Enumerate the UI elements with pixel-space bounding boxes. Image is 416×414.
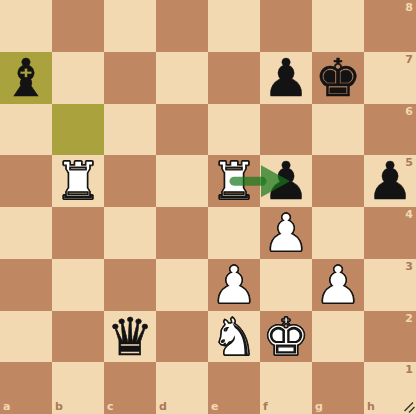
square-a2[interactable] <box>0 311 52 363</box>
square-a7[interactable]: ♝ <box>0 52 52 104</box>
square-a3[interactable] <box>0 259 52 311</box>
square-a5[interactable] <box>0 155 52 207</box>
board-resize-handle-icon[interactable] <box>401 399 416 414</box>
file-label-e: e <box>211 401 218 412</box>
square-c3[interactable] <box>104 259 156 311</box>
square-d7[interactable] <box>156 52 208 104</box>
square-f6[interactable] <box>260 104 312 156</box>
square-b7[interactable] <box>52 52 104 104</box>
square-d5[interactable] <box>156 155 208 207</box>
piece-white-pawn-f4[interactable]: ♟ <box>263 208 310 260</box>
piece-white-pawn-g3[interactable]: ♟ <box>315 260 362 312</box>
square-e2[interactable]: ♞ <box>208 311 260 363</box>
file-label-f: f <box>263 401 268 412</box>
square-d1[interactable]: d <box>156 362 208 414</box>
square-b6[interactable] <box>52 104 104 156</box>
piece-black-pawn-h5[interactable]: ♟ <box>367 156 414 208</box>
square-c8[interactable] <box>104 0 156 52</box>
piece-black-king-g7[interactable]: ♚ <box>315 53 362 105</box>
square-h6[interactable]: 6 <box>364 104 416 156</box>
square-c5[interactable] <box>104 155 156 207</box>
square-b2[interactable] <box>52 311 104 363</box>
square-f7[interactable]: ♟ <box>260 52 312 104</box>
square-a1[interactable]: a <box>0 362 52 414</box>
piece-white-rook-e5[interactable]: ♜ <box>211 156 258 208</box>
square-g2[interactable] <box>312 311 364 363</box>
square-e8[interactable] <box>208 0 260 52</box>
chess-board: 8♝♟♚76♜♜♟♟5♟4♟♟3♛♞♚2abcdefg1h <box>0 0 416 414</box>
square-g7[interactable]: ♚ <box>312 52 364 104</box>
square-b8[interactable] <box>52 0 104 52</box>
file-label-c: c <box>107 401 114 412</box>
square-d2[interactable] <box>156 311 208 363</box>
square-f4[interactable]: ♟ <box>260 207 312 259</box>
piece-white-king-f2[interactable]: ♚ <box>263 312 310 364</box>
square-b3[interactable] <box>52 259 104 311</box>
file-label-a: a <box>3 401 10 412</box>
square-a8[interactable] <box>0 0 52 52</box>
square-b4[interactable] <box>52 207 104 259</box>
piece-black-pawn-f5[interactable]: ♟ <box>263 156 310 208</box>
rank-label-2: 2 <box>405 313 413 324</box>
piece-black-queen-c2[interactable]: ♛ <box>107 312 154 364</box>
square-b1[interactable]: b <box>52 362 104 414</box>
square-d6[interactable] <box>156 104 208 156</box>
square-e1[interactable]: e <box>208 362 260 414</box>
square-e4[interactable] <box>208 207 260 259</box>
square-d3[interactable] <box>156 259 208 311</box>
square-c4[interactable] <box>104 207 156 259</box>
square-g8[interactable] <box>312 0 364 52</box>
square-h5[interactable]: ♟5 <box>364 155 416 207</box>
square-g4[interactable] <box>312 207 364 259</box>
square-h4[interactable]: 4 <box>364 207 416 259</box>
square-d8[interactable] <box>156 0 208 52</box>
square-g1[interactable]: g <box>312 362 364 414</box>
square-e7[interactable] <box>208 52 260 104</box>
piece-white-pawn-e3[interactable]: ♟ <box>211 260 258 312</box>
square-e3[interactable]: ♟ <box>208 259 260 311</box>
rank-label-3: 3 <box>405 261 413 272</box>
square-f2[interactable]: ♚ <box>260 311 312 363</box>
square-h8[interactable]: 8 <box>364 0 416 52</box>
piece-black-bishop-a7[interactable]: ♝ <box>3 53 50 105</box>
square-a4[interactable] <box>0 207 52 259</box>
square-c2[interactable]: ♛ <box>104 311 156 363</box>
square-a6[interactable] <box>0 104 52 156</box>
file-label-b: b <box>55 401 63 412</box>
square-e5[interactable]: ♜ <box>208 155 260 207</box>
rank-label-1: 1 <box>405 364 413 375</box>
rank-label-7: 7 <box>405 54 413 65</box>
rank-label-8: 8 <box>405 2 413 13</box>
square-h3[interactable]: 3 <box>364 259 416 311</box>
file-label-h: h <box>367 401 375 412</box>
square-c1[interactable]: c <box>104 362 156 414</box>
square-h2[interactable]: 2 <box>364 311 416 363</box>
square-g3[interactable]: ♟ <box>312 259 364 311</box>
square-d4[interactable] <box>156 207 208 259</box>
rank-label-6: 6 <box>405 106 413 117</box>
square-g5[interactable] <box>312 155 364 207</box>
square-c6[interactable] <box>104 104 156 156</box>
square-b5[interactable]: ♜ <box>52 155 104 207</box>
file-label-d: d <box>159 401 167 412</box>
square-f8[interactable] <box>260 0 312 52</box>
square-c7[interactable] <box>104 52 156 104</box>
square-h7[interactable]: 7 <box>364 52 416 104</box>
file-label-g: g <box>315 401 323 412</box>
square-f3[interactable] <box>260 259 312 311</box>
square-f1[interactable]: f <box>260 362 312 414</box>
square-g6[interactable] <box>312 104 364 156</box>
piece-white-rook-b5[interactable]: ♜ <box>55 156 102 208</box>
square-e6[interactable] <box>208 104 260 156</box>
square-f5[interactable]: ♟ <box>260 155 312 207</box>
piece-black-pawn-f7[interactable]: ♟ <box>263 53 310 105</box>
piece-white-knight-e2[interactable]: ♞ <box>211 312 258 364</box>
